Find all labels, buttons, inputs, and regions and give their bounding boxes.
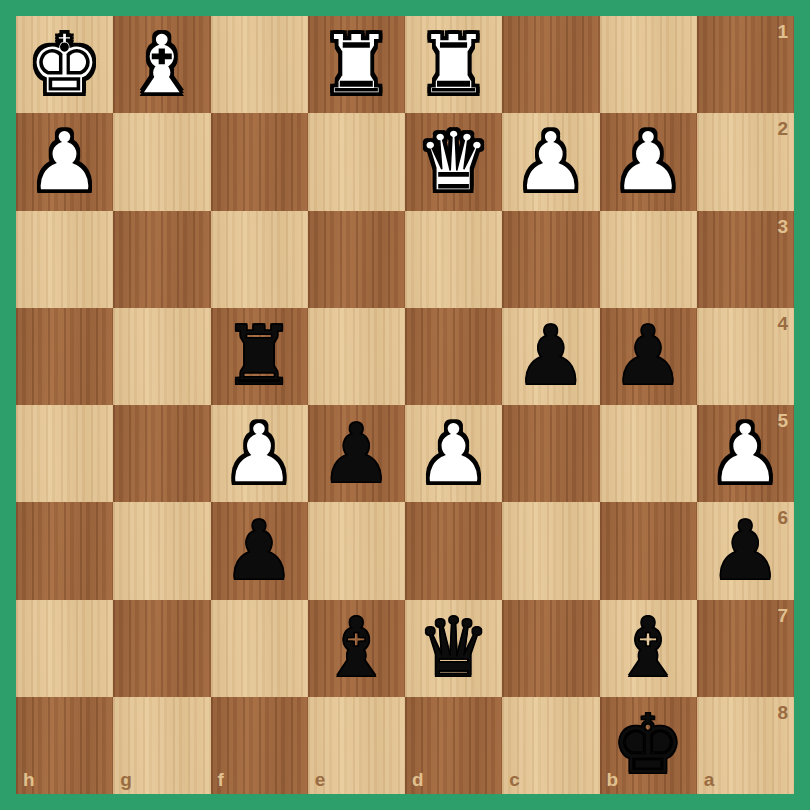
piece-black-pawn[interactable]: ♟ (611, 315, 685, 397)
square-d3[interactable] (405, 211, 502, 308)
square-f5[interactable]: ♟ (211, 405, 308, 502)
piece-black-pawn[interactable]: ♟ (222, 510, 296, 592)
square-f8[interactable]: f (211, 697, 308, 794)
square-g1[interactable]: ♝ (113, 16, 210, 113)
piece-white-rook[interactable]: ♜ (320, 24, 394, 106)
square-g4[interactable] (113, 308, 210, 405)
square-d1[interactable]: ♜ (405, 16, 502, 113)
piece-white-bishop[interactable]: ♝ (125, 24, 199, 106)
square-b3[interactable] (600, 211, 697, 308)
square-c4[interactable]: ♟ (502, 308, 599, 405)
rank-label-8: 8 (777, 702, 788, 724)
piece-white-pawn[interactable]: ♟ (514, 121, 588, 203)
square-d5[interactable]: ♟ (405, 405, 502, 502)
square-h1[interactable]: ♚ (16, 16, 113, 113)
square-d8[interactable]: d (405, 697, 502, 794)
rank-label-4: 4 (777, 313, 788, 335)
square-a1[interactable]: 1 (697, 16, 794, 113)
square-b6[interactable] (600, 502, 697, 599)
square-b1[interactable] (600, 16, 697, 113)
square-c7[interactable] (502, 600, 599, 697)
square-a5[interactable]: 5♟ (697, 405, 794, 502)
piece-white-pawn[interactable]: ♟ (709, 413, 783, 495)
square-a8[interactable]: 8a (697, 697, 794, 794)
square-c8[interactable]: c (502, 697, 599, 794)
square-g7[interactable] (113, 600, 210, 697)
square-b5[interactable] (600, 405, 697, 502)
chess-board: ♚♝♜♜1♟♛♟♟23♜♟♟4♟♟♟5♟♟6♟♝♛♝7hgfedcb♚8a (16, 16, 794, 794)
square-f6[interactable]: ♟ (211, 502, 308, 599)
rank-label-5: 5 (777, 410, 788, 432)
rank-label-3: 3 (777, 216, 788, 238)
file-label-f: f (218, 769, 224, 791)
piece-black-rook[interactable]: ♜ (222, 315, 296, 397)
file-label-h: h (23, 769, 35, 791)
square-b2[interactable]: ♟ (600, 113, 697, 210)
piece-white-king[interactable]: ♚ (28, 24, 102, 106)
square-e8[interactable]: e (308, 697, 405, 794)
square-d7[interactable]: ♛ (405, 600, 502, 697)
square-f2[interactable] (211, 113, 308, 210)
square-b4[interactable]: ♟ (600, 308, 697, 405)
piece-black-pawn[interactable]: ♟ (709, 510, 783, 592)
square-a6[interactable]: 6♟ (697, 502, 794, 599)
square-h4[interactable] (16, 308, 113, 405)
square-f4[interactable]: ♜ (211, 308, 308, 405)
square-g8[interactable]: g (113, 697, 210, 794)
square-e1[interactable]: ♜ (308, 16, 405, 113)
file-label-d: d (412, 769, 424, 791)
piece-black-king[interactable]: ♚ (611, 704, 685, 786)
square-d2[interactable]: ♛ (405, 113, 502, 210)
square-b8[interactable]: b♚ (600, 697, 697, 794)
square-a2[interactable]: 2 (697, 113, 794, 210)
piece-white-rook[interactable]: ♜ (417, 24, 491, 106)
square-h3[interactable] (16, 211, 113, 308)
file-label-g: g (120, 769, 132, 791)
square-h8[interactable]: h (16, 697, 113, 794)
piece-white-pawn[interactable]: ♟ (222, 413, 296, 495)
square-g6[interactable] (113, 502, 210, 599)
square-e2[interactable] (308, 113, 405, 210)
rank-label-6: 6 (777, 507, 788, 529)
square-h6[interactable] (16, 502, 113, 599)
square-g3[interactable] (113, 211, 210, 308)
square-h2[interactable]: ♟ (16, 113, 113, 210)
piece-black-queen[interactable]: ♛ (417, 607, 491, 689)
file-label-a: a (704, 769, 715, 791)
file-label-c: c (509, 769, 520, 791)
piece-black-pawn[interactable]: ♟ (514, 315, 588, 397)
square-d4[interactable] (405, 308, 502, 405)
board-frame: ♚♝♜♜1♟♛♟♟23♜♟♟4♟♟♟5♟♟6♟♝♛♝7hgfedcb♚8a (0, 0, 810, 810)
piece-white-queen[interactable]: ♛ (417, 121, 491, 203)
square-d6[interactable] (405, 502, 502, 599)
square-c6[interactable] (502, 502, 599, 599)
square-e4[interactable] (308, 308, 405, 405)
square-e3[interactable] (308, 211, 405, 308)
file-label-b: b (607, 769, 619, 791)
rank-label-1: 1 (777, 21, 788, 43)
square-e5[interactable]: ♟ (308, 405, 405, 502)
square-e7[interactable]: ♝ (308, 600, 405, 697)
square-c3[interactable] (502, 211, 599, 308)
square-g5[interactable] (113, 405, 210, 502)
square-a4[interactable]: 4 (697, 308, 794, 405)
piece-black-bishop[interactable]: ♝ (320, 607, 394, 689)
square-a7[interactable]: 7 (697, 600, 794, 697)
piece-white-pawn[interactable]: ♟ (417, 413, 491, 495)
square-c5[interactable] (502, 405, 599, 502)
rank-label-7: 7 (777, 605, 788, 627)
square-b7[interactable]: ♝ (600, 600, 697, 697)
file-label-e: e (315, 769, 326, 791)
square-h5[interactable] (16, 405, 113, 502)
piece-black-pawn[interactable]: ♟ (320, 413, 394, 495)
square-f3[interactable] (211, 211, 308, 308)
square-f1[interactable] (211, 16, 308, 113)
square-a3[interactable]: 3 (697, 211, 794, 308)
piece-black-bishop[interactable]: ♝ (611, 607, 685, 689)
piece-white-pawn[interactable]: ♟ (611, 121, 685, 203)
square-c1[interactable] (502, 16, 599, 113)
piece-white-pawn[interactable]: ♟ (28, 121, 102, 203)
square-g2[interactable] (113, 113, 210, 210)
square-f7[interactable] (211, 600, 308, 697)
square-h7[interactable] (16, 600, 113, 697)
square-e6[interactable] (308, 502, 405, 599)
rank-label-2: 2 (777, 118, 788, 140)
square-c2[interactable]: ♟ (502, 113, 599, 210)
